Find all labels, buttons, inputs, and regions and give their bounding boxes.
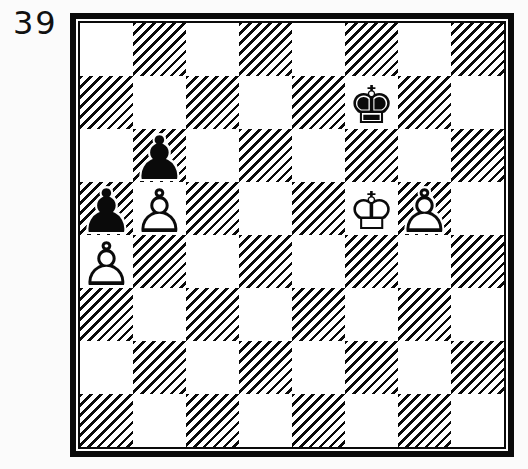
square-d5 xyxy=(239,182,292,235)
square-b2 xyxy=(133,341,186,394)
square-c1 xyxy=(186,394,239,447)
square-d2 xyxy=(239,341,292,394)
square-b1 xyxy=(133,394,186,447)
board-inner-border: ♚♟♟♟♙♚♔♟♙♟♙ xyxy=(78,21,506,449)
square-b3 xyxy=(133,288,186,341)
piece-white-king: ♚♔ xyxy=(348,185,395,237)
square-h5 xyxy=(451,182,504,235)
square-h8 xyxy=(451,23,504,76)
square-g7 xyxy=(398,76,451,129)
square-d7 xyxy=(239,76,292,129)
square-e2 xyxy=(292,341,345,394)
square-b8 xyxy=(133,23,186,76)
square-h4 xyxy=(451,235,504,288)
square-f3 xyxy=(345,288,398,341)
square-a6 xyxy=(80,129,133,182)
square-a8 xyxy=(80,23,133,76)
square-h3 xyxy=(451,288,504,341)
piece-glyph: ♚ xyxy=(348,79,395,131)
square-f4 xyxy=(345,235,398,288)
square-d6 xyxy=(239,129,292,182)
square-c5 xyxy=(186,182,239,235)
piece-outline: ♔ xyxy=(348,185,395,237)
square-c8 xyxy=(186,23,239,76)
square-d3 xyxy=(239,288,292,341)
square-h2 xyxy=(451,341,504,394)
square-c7 xyxy=(186,76,239,129)
square-e8 xyxy=(292,23,345,76)
square-c4 xyxy=(186,235,239,288)
square-e5 xyxy=(292,182,345,235)
square-g8 xyxy=(398,23,451,76)
square-a4: ♟♙ xyxy=(80,235,133,288)
square-c2 xyxy=(186,341,239,394)
square-f5: ♚♔ xyxy=(345,182,398,235)
square-h1 xyxy=(451,394,504,447)
square-f1 xyxy=(345,394,398,447)
square-d1 xyxy=(239,394,292,447)
square-e6 xyxy=(292,129,345,182)
square-d8 xyxy=(239,23,292,76)
square-d4 xyxy=(239,235,292,288)
piece-outline: ♙ xyxy=(398,181,452,241)
square-f6 xyxy=(345,129,398,182)
square-e4 xyxy=(292,235,345,288)
square-f8 xyxy=(345,23,398,76)
board-grid: ♚♟♟♟♙♚♔♟♙♟♙ xyxy=(80,23,504,447)
square-a2 xyxy=(80,341,133,394)
chess-board: ♚♟♟♟♙♚♔♟♙♟♙ xyxy=(70,13,514,457)
square-a1 xyxy=(80,394,133,447)
chess-diagram-page: 39 ♚♟♟♟♙♚♔♟♙♟♙ xyxy=(0,0,528,469)
piece-white-pawn: ♟♙ xyxy=(398,181,452,241)
square-g5: ♟♙ xyxy=(398,182,451,235)
square-g3 xyxy=(398,288,451,341)
square-g6 xyxy=(398,129,451,182)
square-b7 xyxy=(133,76,186,129)
square-e1 xyxy=(292,394,345,447)
square-e3 xyxy=(292,288,345,341)
square-b6: ♟ xyxy=(133,129,186,182)
square-e7 xyxy=(292,76,345,129)
piece-outline: ♙ xyxy=(133,181,187,241)
square-f2 xyxy=(345,341,398,394)
piece-white-pawn: ♟♙ xyxy=(133,181,187,241)
diagram-number: 39 xyxy=(13,4,58,42)
square-g1 xyxy=(398,394,451,447)
square-b5: ♟♙ xyxy=(133,182,186,235)
square-f7: ♚ xyxy=(345,76,398,129)
square-a7 xyxy=(80,76,133,129)
square-c3 xyxy=(186,288,239,341)
piece-outline: ♙ xyxy=(80,234,134,294)
square-c6 xyxy=(186,129,239,182)
square-h6 xyxy=(451,129,504,182)
piece-black-king: ♚ xyxy=(348,79,395,131)
square-g2 xyxy=(398,341,451,394)
square-a5: ♟ xyxy=(80,182,133,235)
piece-white-pawn: ♟♙ xyxy=(80,234,134,294)
square-h7 xyxy=(451,76,504,129)
